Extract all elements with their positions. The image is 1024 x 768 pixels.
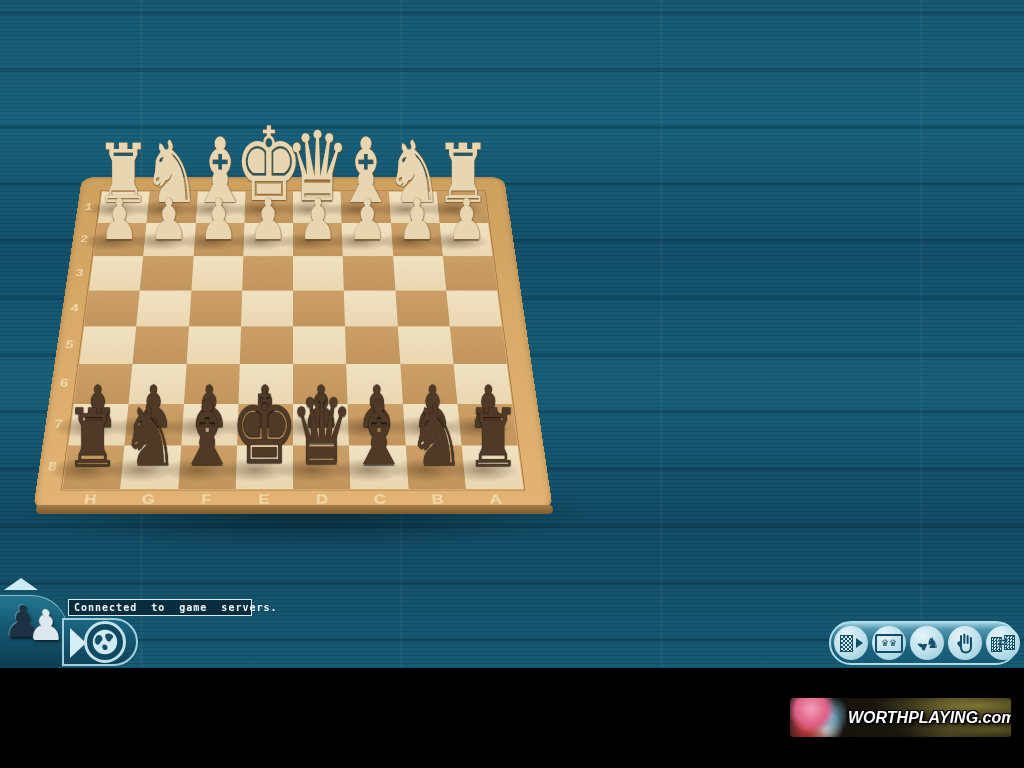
square-b6[interactable] [400,364,457,404]
square-c3[interactable] [343,256,395,290]
piece-shadow [423,232,493,251]
game-toolbar: ♛♛ ♟♞ ⇄ [829,621,1018,665]
square-h4[interactable] [84,290,140,326]
square-a3[interactable] [443,256,497,290]
board-front-edge [36,505,553,514]
rank-label-5: 5 [54,326,84,364]
square-h3[interactable] [89,256,143,290]
square-b5[interactable] [397,326,453,364]
square-d5[interactable] [293,326,346,364]
square-g5[interactable] [133,326,189,364]
status-message-text: Connected to game servers. [74,602,278,613]
square-a4[interactable] [446,290,502,326]
status-message: Connected to game servers. [68,599,252,616]
square-f6[interactable] [184,364,240,404]
square-f5[interactable] [186,326,241,364]
swap-boards-icon: ⇄ [991,633,1015,653]
square-b3[interactable] [393,256,446,290]
square-e3[interactable] [242,256,293,290]
board-play-button[interactable] [834,626,868,660]
watermark-text: WORTHPLAYING.com [848,698,1008,737]
square-b4[interactable] [395,290,450,326]
square-c5[interactable] [345,326,400,364]
players-button[interactable]: ♛♛ [872,626,906,660]
two-crowns-icon: ♛♛ [875,634,903,653]
white-pawn-icon: ♟ [28,606,65,647]
square-f3[interactable] [191,256,243,290]
piece-setup-button[interactable]: ♟♞ [910,626,944,660]
expand-up-arrow-button[interactable] [4,578,38,590]
square-g4[interactable] [136,290,191,326]
square-d3[interactable] [293,256,344,290]
square-e5[interactable] [240,326,293,364]
square-h6[interactable] [74,364,133,404]
square-e4[interactable] [241,290,293,326]
flip-board-button[interactable]: ⇄ [986,626,1020,660]
open-hand-icon [955,632,975,654]
piece-shadow [420,200,488,218]
piece-shadow [442,457,523,483]
square-a6[interactable] [453,364,512,404]
checkerboard-icon [840,635,853,652]
square-f4[interactable] [189,290,242,326]
internet-play-button[interactable] [84,621,126,663]
piece-shadow [439,415,518,439]
tipped-pieces-icon: ♟♞ [915,634,939,652]
square-c6[interactable] [346,364,402,404]
play-triangle-icon [856,638,863,648]
square-g6[interactable] [129,364,186,404]
wooden-table-background: 12345678HGFEDCBA ♜♞♝♚♛♝♞♜♟♟♟♟♟♟♟♟♟♟♟♟♟♟♟… [0,0,1024,668]
letterbox-bar: WORTHPLAYING.com [0,668,1024,768]
rank-label-3: 3 [65,256,93,290]
square-d6[interactable] [293,364,348,404]
worthplaying-watermark: WORTHPLAYING.com [790,698,1011,737]
square-h5[interactable] [79,326,136,364]
square-d4[interactable] [293,290,345,326]
square-c4[interactable] [344,290,397,326]
square-a5[interactable] [450,326,507,364]
square-e6[interactable] [238,364,293,404]
stop-hand-button[interactable] [948,626,982,660]
rank-label-4: 4 [60,290,89,326]
rank-label-6: 6 [49,364,80,404]
square-g3[interactable] [140,256,193,290]
globe-icon [90,627,120,657]
chess-board: 12345678HGFEDCBA [33,177,553,510]
watermark-character-art [790,698,846,737]
